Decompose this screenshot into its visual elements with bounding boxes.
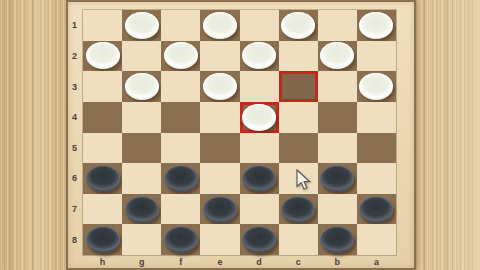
mouse-cursor xyxy=(296,169,312,193)
square-g4[interactable] xyxy=(122,102,161,133)
square-a8[interactable] xyxy=(357,224,396,255)
black-piece-h6[interactable] xyxy=(86,165,120,192)
col-label-g: g xyxy=(132,256,152,268)
square-c4[interactable] xyxy=(279,102,318,133)
white-piece-a3[interactable] xyxy=(359,73,393,100)
square-c2[interactable] xyxy=(279,41,318,72)
square-b7[interactable] xyxy=(318,194,357,225)
white-piece-c1[interactable] xyxy=(281,12,315,39)
row-label-2: 2 xyxy=(66,50,83,62)
black-piece-e7[interactable] xyxy=(203,196,237,223)
row-label-5: 5 xyxy=(66,142,83,154)
square-f8[interactable] xyxy=(161,224,200,255)
black-piece-b8[interactable] xyxy=(320,226,354,253)
square-h5[interactable] xyxy=(83,133,122,164)
black-piece-d6[interactable] xyxy=(242,165,276,192)
square-h3[interactable] xyxy=(83,71,122,102)
white-piece-g3[interactable] xyxy=(125,73,159,100)
square-h8[interactable] xyxy=(83,224,122,255)
row-label-7: 7 xyxy=(66,203,83,215)
square-a6[interactable] xyxy=(357,163,396,194)
square-a5[interactable] xyxy=(357,133,396,164)
square-d6[interactable] xyxy=(240,163,279,194)
square-g1[interactable] xyxy=(122,10,161,41)
square-c8[interactable] xyxy=(279,224,318,255)
square-b8[interactable] xyxy=(318,224,357,255)
row-label-3: 3 xyxy=(66,81,83,93)
white-piece-b2[interactable] xyxy=(320,42,354,69)
square-e7[interactable] xyxy=(200,194,239,225)
row-label-8: 8 xyxy=(66,234,83,246)
square-h6[interactable] xyxy=(83,163,122,194)
col-label-a: a xyxy=(366,256,386,268)
square-e2[interactable] xyxy=(200,41,239,72)
square-f1[interactable] xyxy=(161,10,200,41)
black-piece-f6[interactable] xyxy=(164,165,198,192)
square-b6[interactable] xyxy=(318,163,357,194)
col-label-d: d xyxy=(249,256,269,268)
checkers-app-screen: 12345678 hgfedcba xyxy=(0,0,480,270)
square-e6[interactable] xyxy=(200,163,239,194)
square-g6[interactable] xyxy=(122,163,161,194)
white-piece-d4[interactable] xyxy=(242,104,276,131)
square-g7[interactable] xyxy=(122,194,161,225)
square-d3[interactable] xyxy=(240,71,279,102)
square-d2[interactable] xyxy=(240,41,279,72)
square-f5[interactable] xyxy=(161,133,200,164)
row-label-4: 4 xyxy=(66,111,83,123)
square-f2[interactable] xyxy=(161,41,200,72)
black-piece-f8[interactable] xyxy=(164,226,198,253)
square-b2[interactable] xyxy=(318,41,357,72)
square-b3[interactable] xyxy=(318,71,357,102)
col-label-f: f xyxy=(171,256,191,268)
square-e3[interactable] xyxy=(200,71,239,102)
black-piece-a7[interactable] xyxy=(359,196,393,223)
square-g2[interactable] xyxy=(122,41,161,72)
square-e1[interactable] xyxy=(200,10,239,41)
square-c5[interactable] xyxy=(279,133,318,164)
square-h4[interactable] xyxy=(83,102,122,133)
col-label-e: e xyxy=(210,256,230,268)
square-g3[interactable] xyxy=(122,71,161,102)
white-piece-d2[interactable] xyxy=(242,42,276,69)
square-d1[interactable] xyxy=(240,10,279,41)
square-h2[interactable] xyxy=(83,41,122,72)
board xyxy=(83,10,396,255)
square-a3[interactable] xyxy=(357,71,396,102)
white-piece-f2[interactable] xyxy=(164,42,198,69)
square-d4[interactable] xyxy=(240,102,279,133)
row-label-1: 1 xyxy=(66,19,83,31)
row-label-6: 6 xyxy=(66,172,83,184)
white-piece-g1[interactable] xyxy=(125,12,159,39)
white-piece-a1[interactable] xyxy=(359,12,393,39)
square-f7[interactable] xyxy=(161,194,200,225)
square-g5[interactable] xyxy=(122,133,161,164)
square-c3[interactable] xyxy=(279,71,318,102)
square-a4[interactable] xyxy=(357,102,396,133)
square-a2[interactable] xyxy=(357,41,396,72)
square-c1[interactable] xyxy=(279,10,318,41)
square-d8[interactable] xyxy=(240,224,279,255)
square-a1[interactable] xyxy=(357,10,396,41)
white-piece-e1[interactable] xyxy=(203,12,237,39)
col-label-b: b xyxy=(327,256,347,268)
square-e4[interactable] xyxy=(200,102,239,133)
square-f6[interactable] xyxy=(161,163,200,194)
black-piece-c7[interactable] xyxy=(281,196,315,223)
white-piece-h2[interactable] xyxy=(86,42,120,69)
square-f4[interactable] xyxy=(161,102,200,133)
black-piece-h8[interactable] xyxy=(86,226,120,253)
square-h7[interactable] xyxy=(83,194,122,225)
black-piece-b6[interactable] xyxy=(320,165,354,192)
white-piece-e3[interactable] xyxy=(203,73,237,100)
black-piece-g7[interactable] xyxy=(125,196,159,223)
square-b5[interactable] xyxy=(318,133,357,164)
col-label-c: c xyxy=(288,256,308,268)
col-label-h: h xyxy=(93,256,113,268)
square-b1[interactable] xyxy=(318,10,357,41)
square-d7[interactable] xyxy=(240,194,279,225)
square-h1[interactable] xyxy=(83,10,122,41)
square-f3[interactable] xyxy=(161,71,200,102)
square-e5[interactable] xyxy=(200,133,239,164)
square-e8[interactable] xyxy=(200,224,239,255)
square-g8[interactable] xyxy=(122,224,161,255)
square-b4[interactable] xyxy=(318,102,357,133)
square-c7[interactable] xyxy=(279,194,318,225)
square-d5[interactable] xyxy=(240,133,279,164)
square-a7[interactable] xyxy=(357,194,396,225)
black-piece-d8[interactable] xyxy=(242,226,276,253)
